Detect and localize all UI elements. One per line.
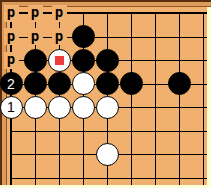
intersection-d5 [71,95,95,119]
intersection-h7 [167,142,191,166]
white-stone [72,96,95,119]
intersection-d4 [71,72,95,96]
intersection-f5 [119,95,143,119]
intersection-b4 [23,72,47,96]
intersection-i3 [191,48,207,72]
intersection-h6 [167,119,191,143]
intersection-b1: p [23,1,47,25]
board-grid: ppppppp21 [0,1,207,185]
intersection-d7 [71,142,95,166]
intersection-i8 [191,166,207,185]
point-label-p: p [28,28,43,45]
intersection-d1 [71,1,95,25]
white-stone [48,49,71,72]
intersection-b7 [23,142,47,166]
white-stone [72,72,95,95]
point-label-p: p [4,52,19,69]
point-label-p: p [52,5,67,22]
intersection-a3: p [0,48,23,72]
intersection-a4: 2 [0,72,23,96]
intersection-a1: p [0,1,23,25]
intersection-a7 [0,142,23,166]
black-stone [120,72,143,95]
intersection-g2 [143,25,167,49]
intersection-g8 [143,166,167,185]
intersection-e2 [95,25,119,49]
intersection-d8 [71,166,95,185]
move-number: 1 [7,100,15,114]
intersection-b6 [23,119,47,143]
black-stone [96,72,119,95]
intersection-c6 [47,119,71,143]
white-stone [48,96,71,119]
intersection-a8 [0,166,23,185]
intersection-e3 [95,48,119,72]
intersection-a6 [0,119,23,143]
intersection-i6 [191,119,207,143]
white-stone [96,143,119,166]
intersection-e7 [95,142,119,166]
black-stone [24,49,47,72]
intersection-f4 [119,72,143,96]
intersection-g7 [143,142,167,166]
intersection-i7 [191,142,207,166]
black-stone [48,72,71,95]
intersection-i4 [191,72,207,96]
intersection-c8 [47,166,71,185]
intersection-i1 [191,1,207,25]
black-stone [168,72,191,95]
intersection-g5 [143,95,167,119]
point-label-p: p [4,28,19,45]
intersection-h8 [167,166,191,185]
black-stone: 2 [0,72,23,95]
white-stone: 1 [0,96,23,119]
intersection-c2: p [47,25,71,49]
intersection-d6 [71,119,95,143]
intersection-e1 [95,1,119,25]
intersection-b3 [23,48,47,72]
intersection-f6 [119,119,143,143]
black-stone [72,49,95,72]
intersection-e8 [95,166,119,185]
intersection-g1 [143,1,167,25]
intersection-g3 [143,48,167,72]
white-stone [24,96,47,119]
point-label-p: p [52,28,67,45]
intersection-c3 [47,48,71,72]
intersection-c1: p [47,1,71,25]
intersection-i2 [191,25,207,49]
intersection-b2: p [23,25,47,49]
black-stone [24,72,47,95]
intersection-h5 [167,95,191,119]
black-stone [96,49,119,72]
intersection-c7 [47,142,71,166]
intersection-f3 [119,48,143,72]
intersection-d2 [71,25,95,49]
intersection-d3 [71,48,95,72]
point-label-p: p [4,5,19,22]
intersection-g4 [143,72,167,96]
black-stone [72,25,95,48]
intersection-g6 [143,119,167,143]
intersection-h3 [167,48,191,72]
intersection-c4 [47,72,71,96]
intersection-h1 [167,1,191,25]
intersection-c5 [47,95,71,119]
white-stone [96,96,119,119]
intersection-h4 [167,72,191,96]
intersection-e5 [95,95,119,119]
go-board: ppppppp21 [0,0,207,185]
intersection-b5 [23,95,47,119]
intersection-f7 [119,142,143,166]
move-number: 2 [7,77,15,91]
point-label-p: p [28,5,43,22]
intersection-f1 [119,1,143,25]
go-diagram: ppppppp21 [0,0,211,188]
intersection-a5: 1 [0,95,23,119]
intersection-i5 [191,95,207,119]
intersection-h2 [167,25,191,49]
intersection-e6 [95,119,119,143]
intersection-f8 [119,166,143,185]
red-square-mark-icon [55,56,64,65]
intersection-a2: p [0,25,23,49]
intersection-f2 [119,25,143,49]
intersection-e4 [95,72,119,96]
intersection-b8 [23,166,47,185]
